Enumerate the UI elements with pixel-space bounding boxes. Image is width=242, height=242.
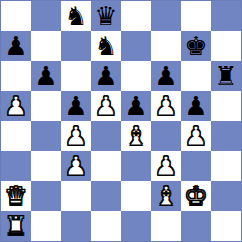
- square-f5[interactable]: ♟: [151, 91, 181, 121]
- black-pawn-piece: ♟: [184, 91, 207, 121]
- white-bishop-piece: ♝: [124, 121, 147, 151]
- square-g6[interactable]: [181, 61, 211, 91]
- square-c8[interactable]: ♞: [61, 1, 91, 31]
- square-a5[interactable]: ♟: [1, 91, 31, 121]
- square-c1[interactable]: [61, 211, 91, 241]
- square-b1[interactable]: [31, 211, 61, 241]
- square-h6[interactable]: ♜: [211, 61, 241, 91]
- white-king-piece: ♚: [184, 181, 207, 211]
- square-d3[interactable]: [91, 151, 121, 181]
- square-e1[interactable]: [121, 211, 151, 241]
- square-d5[interactable]: ♟: [91, 91, 121, 121]
- black-pawn-piece: ♟: [34, 61, 57, 91]
- white-pawn-piece: ♟: [4, 91, 27, 121]
- black-pawn-piece: ♟: [94, 61, 117, 91]
- square-g7[interactable]: ♚: [181, 31, 211, 61]
- square-h8[interactable]: [211, 1, 241, 31]
- square-b7[interactable]: [31, 31, 61, 61]
- square-b8[interactable]: [31, 1, 61, 31]
- white-rook-piece: ♜: [4, 211, 27, 241]
- square-g1[interactable]: [181, 211, 211, 241]
- square-f8[interactable]: [151, 1, 181, 31]
- square-a1[interactable]: ♜: [1, 211, 31, 241]
- black-pawn-piece: ♟: [154, 61, 177, 91]
- black-pawn-piece: ♟: [64, 91, 87, 121]
- square-f3[interactable]: ♟: [151, 151, 181, 181]
- square-b6[interactable]: ♟: [31, 61, 61, 91]
- square-h4[interactable]: [211, 121, 241, 151]
- square-c5[interactable]: ♟: [61, 91, 91, 121]
- square-h2[interactable]: [211, 181, 241, 211]
- white-pawn-piece: ♟: [154, 151, 177, 181]
- square-d6[interactable]: ♟: [91, 61, 121, 91]
- square-g4[interactable]: ♟: [181, 121, 211, 151]
- square-a4[interactable]: [1, 121, 31, 151]
- white-queen-piece: ♛: [4, 181, 27, 211]
- square-a7[interactable]: ♟: [1, 31, 31, 61]
- square-d4[interactable]: [91, 121, 121, 151]
- white-pawn-piece: ♟: [154, 91, 177, 121]
- square-f2[interactable]: ♝: [151, 181, 181, 211]
- square-b2[interactable]: [31, 181, 61, 211]
- square-g2[interactable]: ♚: [181, 181, 211, 211]
- square-h7[interactable]: [211, 31, 241, 61]
- square-g8[interactable]: [181, 1, 211, 31]
- square-c6[interactable]: [61, 61, 91, 91]
- square-h1[interactable]: [211, 211, 241, 241]
- square-c2[interactable]: [61, 181, 91, 211]
- square-f4[interactable]: [151, 121, 181, 151]
- square-c7[interactable]: [61, 31, 91, 61]
- square-h5[interactable]: [211, 91, 241, 121]
- square-e8[interactable]: [121, 1, 151, 31]
- square-e5[interactable]: ♟: [121, 91, 151, 121]
- square-e4[interactable]: ♝: [121, 121, 151, 151]
- square-d2[interactable]: [91, 181, 121, 211]
- black-queen-piece: ♛: [94, 1, 117, 31]
- square-d7[interactable]: ♞: [91, 31, 121, 61]
- square-f1[interactable]: [151, 211, 181, 241]
- white-bishop-piece: ♝: [154, 181, 177, 211]
- square-d8[interactable]: ♛: [91, 1, 121, 31]
- square-a6[interactable]: [1, 61, 31, 91]
- white-pawn-piece: ♟: [64, 151, 87, 181]
- square-e6[interactable]: [121, 61, 151, 91]
- square-b4[interactable]: [31, 121, 61, 151]
- square-f7[interactable]: [151, 31, 181, 61]
- black-knight-piece: ♞: [94, 31, 117, 61]
- chess-board: ♞♛♟♞♚♟♟♟♜♟♟♟♟♟♟♟♝♟♟♟♛♝♚♜: [0, 0, 242, 242]
- square-c3[interactable]: ♟: [61, 151, 91, 181]
- square-c4[interactable]: ♟: [61, 121, 91, 151]
- square-e3[interactable]: [121, 151, 151, 181]
- square-d1[interactable]: [91, 211, 121, 241]
- square-h3[interactable]: [211, 151, 241, 181]
- square-b5[interactable]: [31, 91, 61, 121]
- square-b3[interactable]: [31, 151, 61, 181]
- square-a3[interactable]: [1, 151, 31, 181]
- square-e7[interactable]: [121, 31, 151, 61]
- square-a8[interactable]: [1, 1, 31, 31]
- black-king-piece: ♚: [184, 31, 207, 61]
- square-f6[interactable]: ♟: [151, 61, 181, 91]
- white-pawn-piece: ♟: [184, 121, 207, 151]
- black-rook-piece: ♜: [214, 61, 237, 91]
- square-g5[interactable]: ♟: [181, 91, 211, 121]
- black-pawn-piece: ♟: [124, 91, 147, 121]
- square-e2[interactable]: [121, 181, 151, 211]
- black-pawn-piece: ♟: [4, 31, 27, 61]
- square-a2[interactable]: ♛: [1, 181, 31, 211]
- black-knight-piece: ♞: [64, 1, 87, 31]
- square-g3[interactable]: [181, 151, 211, 181]
- white-pawn-piece: ♟: [94, 91, 117, 121]
- white-pawn-piece: ♟: [64, 121, 87, 151]
